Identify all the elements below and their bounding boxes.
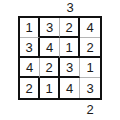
grid-cell[interactable]: 4 (20, 58, 40, 78)
grid-cell[interactable]: 2 (60, 18, 80, 38)
grid-cell[interactable]: 3 (80, 78, 100, 98)
grid-cell[interactable]: 3 (20, 38, 40, 58)
grid-cell[interactable]: 4 (40, 38, 60, 58)
grid-cell[interactable]: 1 (80, 58, 100, 78)
grid-cell[interactable]: 2 (40, 58, 60, 78)
bottom-clue: 2 (80, 102, 100, 118)
puzzle-diagram: 3 1324341242312143 2 (0, 0, 120, 120)
grid-cell[interactable]: 1 (60, 38, 80, 58)
grid-cell[interactable]: 3 (60, 58, 80, 78)
grid-cell[interactable]: 4 (80, 18, 100, 38)
grid-cell[interactable]: 1 (20, 18, 40, 38)
top-clue: 3 (60, 0, 80, 15)
grid-cell[interactable]: 1 (40, 78, 60, 98)
grid-cell[interactable]: 2 (80, 38, 100, 58)
grid-cell[interactable]: 3 (40, 18, 60, 38)
skyscrapers-board: 1324341242312143 (18, 16, 102, 100)
grid-cell[interactable]: 4 (60, 78, 80, 98)
grid-cell[interactable]: 2 (20, 78, 40, 98)
